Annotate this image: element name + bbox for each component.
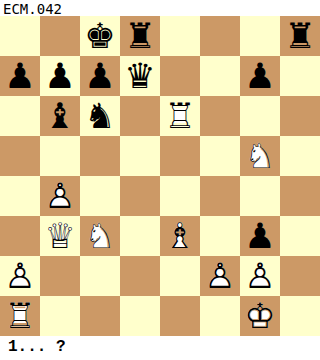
square-c4[interactable]: [80, 176, 120, 216]
square-c6[interactable]: ♞: [80, 96, 120, 136]
square-c1[interactable]: [80, 296, 120, 336]
piece-black-rook: ♜: [120, 16, 160, 56]
square-h4[interactable]: [280, 176, 320, 216]
square-g2[interactable]: ♟♙: [240, 256, 280, 296]
square-h7[interactable]: [280, 56, 320, 96]
square-f1[interactable]: [200, 296, 240, 336]
square-d6[interactable]: [120, 96, 160, 136]
square-e7[interactable]: [160, 56, 200, 96]
square-g3[interactable]: ♟: [240, 216, 280, 256]
piece-white-pawn: ♟♙: [240, 256, 280, 296]
square-c8[interactable]: ♚: [80, 16, 120, 56]
square-d7[interactable]: ♛: [120, 56, 160, 96]
square-d2[interactable]: [120, 256, 160, 296]
piece-black-bishop: ♝: [40, 96, 80, 136]
square-d3[interactable]: [120, 216, 160, 256]
piece-black-pawn: ♟: [240, 216, 280, 256]
square-e1[interactable]: [160, 296, 200, 336]
square-c7[interactable]: ♟: [80, 56, 120, 96]
piece-white-rook: ♜♖: [160, 96, 200, 136]
square-h1[interactable]: [280, 296, 320, 336]
piece-white-pawn: ♟♙: [200, 256, 240, 296]
square-g7[interactable]: ♟: [240, 56, 280, 96]
piece-white-queen: ♛♕: [40, 216, 80, 256]
square-b4[interactable]: ♟♙: [40, 176, 80, 216]
square-d1[interactable]: [120, 296, 160, 336]
square-a2[interactable]: ♟♙: [0, 256, 40, 296]
square-h2[interactable]: [280, 256, 320, 296]
piece-white-rook: ♜♖: [0, 296, 40, 336]
square-b1[interactable]: [40, 296, 80, 336]
square-g1[interactable]: ♚♔: [240, 296, 280, 336]
square-g6[interactable]: [240, 96, 280, 136]
square-h5[interactable]: [280, 136, 320, 176]
square-f5[interactable]: [200, 136, 240, 176]
square-d5[interactable]: [120, 136, 160, 176]
square-f4[interactable]: [200, 176, 240, 216]
square-e6[interactable]: ♜♖: [160, 96, 200, 136]
square-a3[interactable]: [0, 216, 40, 256]
square-g8[interactable]: [240, 16, 280, 56]
square-a6[interactable]: [0, 96, 40, 136]
square-g4[interactable]: [240, 176, 280, 216]
piece-white-pawn: ♟♙: [0, 256, 40, 296]
piece-black-pawn: ♟: [0, 56, 40, 96]
square-e2[interactable]: [160, 256, 200, 296]
square-a7[interactable]: ♟: [0, 56, 40, 96]
square-b3[interactable]: ♛♕: [40, 216, 80, 256]
piece-white-pawn: ♟♙: [40, 176, 80, 216]
square-a1[interactable]: ♜♖: [0, 296, 40, 336]
square-e3[interactable]: ♝♗: [160, 216, 200, 256]
square-b2[interactable]: [40, 256, 80, 296]
chess-board: ♚♜♜♟♟♟♛♟♝♞♜♖♞♘♟♙♛♕♞♘♝♗♟♟♙♟♙♟♙♜♖♚♔: [0, 16, 320, 336]
square-a5[interactable]: [0, 136, 40, 176]
square-h6[interactable]: [280, 96, 320, 136]
piece-black-king: ♚: [80, 16, 120, 56]
square-h8[interactable]: ♜: [280, 16, 320, 56]
square-b5[interactable]: [40, 136, 80, 176]
square-c3[interactable]: ♞♘: [80, 216, 120, 256]
square-b6[interactable]: ♝: [40, 96, 80, 136]
square-f6[interactable]: [200, 96, 240, 136]
piece-black-knight: ♞: [80, 96, 120, 136]
square-f8[interactable]: [200, 16, 240, 56]
square-e8[interactable]: [160, 16, 200, 56]
square-a4[interactable]: [0, 176, 40, 216]
piece-white-knight: ♞♘: [80, 216, 120, 256]
piece-black-pawn: ♟: [40, 56, 80, 96]
piece-black-rook: ♜: [280, 16, 320, 56]
square-d4[interactable]: [120, 176, 160, 216]
square-e5[interactable]: [160, 136, 200, 176]
square-f3[interactable]: [200, 216, 240, 256]
piece-white-bishop: ♝♗: [160, 216, 200, 256]
piece-black-queen: ♛: [120, 56, 160, 96]
square-e4[interactable]: [160, 176, 200, 216]
piece-black-pawn: ♟: [80, 56, 120, 96]
piece-white-king: ♚♔: [240, 296, 280, 336]
square-h3[interactable]: [280, 216, 320, 256]
piece-white-knight: ♞♘: [240, 136, 280, 176]
square-a8[interactable]: [0, 16, 40, 56]
puzzle-id: ECM.042: [3, 1, 62, 17]
square-g5[interactable]: ♞♘: [240, 136, 280, 176]
square-c2[interactable]: [80, 256, 120, 296]
square-b7[interactable]: ♟: [40, 56, 80, 96]
move-prompt: 1... ?: [8, 338, 66, 356]
square-f2[interactable]: ♟♙: [200, 256, 240, 296]
piece-black-pawn: ♟: [240, 56, 280, 96]
square-d8[interactable]: ♜: [120, 16, 160, 56]
square-c5[interactable]: [80, 136, 120, 176]
square-f7[interactable]: [200, 56, 240, 96]
square-b8[interactable]: [40, 16, 80, 56]
